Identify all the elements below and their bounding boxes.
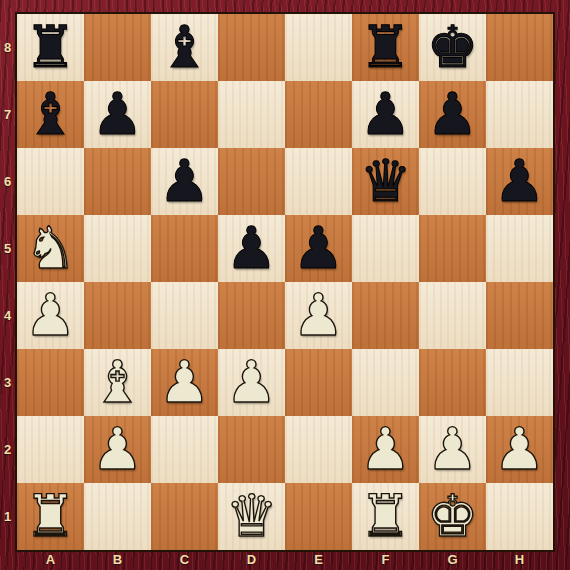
chessboard-frame: ♜♝♜♚♝♟♟♟♟♛♟♞♟♟♟♟♝♟♟♟♟♟♟♜♛♜♚ 87654321 ABC… [0, 0, 570, 570]
rank-label-7: 7 [0, 81, 15, 148]
square-d8[interactable] [218, 14, 285, 81]
black-pawn-piece[interactable]: ♟ [494, 152, 546, 210]
rank-label-6: 6 [0, 148, 15, 215]
square-c1[interactable] [151, 483, 218, 550]
square-h2[interactable]: ♟ [486, 416, 553, 483]
square-a8[interactable]: ♜ [17, 14, 84, 81]
file-label-f: F [352, 548, 419, 570]
square-a1[interactable]: ♜ [17, 483, 84, 550]
square-b7[interactable]: ♟ [84, 81, 151, 148]
black-pawn-piece[interactable]: ♟ [427, 85, 479, 143]
square-d7[interactable] [218, 81, 285, 148]
square-h5[interactable] [486, 215, 553, 282]
file-label-g: G [419, 548, 486, 570]
square-f7[interactable]: ♟ [352, 81, 419, 148]
square-f4[interactable] [352, 282, 419, 349]
white-rook-piece[interactable]: ♜ [25, 487, 77, 545]
square-b4[interactable] [84, 282, 151, 349]
black-bishop-piece[interactable]: ♝ [159, 18, 211, 76]
square-g6[interactable] [419, 148, 486, 215]
black-pawn-piece[interactable]: ♟ [360, 85, 412, 143]
square-f6[interactable]: ♛ [352, 148, 419, 215]
black-pawn-piece[interactable]: ♟ [226, 219, 278, 277]
square-a5[interactable]: ♞ [17, 215, 84, 282]
black-rook-piece[interactable]: ♜ [25, 18, 77, 76]
black-rook-piece[interactable]: ♜ [360, 18, 412, 76]
square-e8[interactable] [285, 14, 352, 81]
square-a2[interactable] [17, 416, 84, 483]
square-e6[interactable] [285, 148, 352, 215]
square-e1[interactable] [285, 483, 352, 550]
square-g8[interactable]: ♚ [419, 14, 486, 81]
square-b2[interactable]: ♟ [84, 416, 151, 483]
square-h1[interactable] [486, 483, 553, 550]
square-d5[interactable]: ♟ [218, 215, 285, 282]
square-g5[interactable] [419, 215, 486, 282]
square-h8[interactable] [486, 14, 553, 81]
square-h3[interactable] [486, 349, 553, 416]
square-f8[interactable]: ♜ [352, 14, 419, 81]
file-label-e: E [285, 548, 352, 570]
file-label-b: B [84, 548, 151, 570]
white-king-piece[interactable]: ♚ [427, 487, 479, 545]
square-g1[interactable]: ♚ [419, 483, 486, 550]
square-g4[interactable] [419, 282, 486, 349]
black-pawn-piece[interactable]: ♟ [293, 219, 345, 277]
file-label-c: C [151, 548, 218, 570]
square-c4[interactable] [151, 282, 218, 349]
chess-board: ♜♝♜♚♝♟♟♟♟♛♟♞♟♟♟♟♝♟♟♟♟♟♟♜♛♜♚ [15, 12, 555, 552]
square-a6[interactable] [17, 148, 84, 215]
square-e2[interactable] [285, 416, 352, 483]
square-a3[interactable] [17, 349, 84, 416]
file-labels: ABCDEFGH [17, 548, 553, 570]
white-bishop-piece[interactable]: ♝ [92, 353, 144, 411]
square-g2[interactable]: ♟ [419, 416, 486, 483]
file-label-a: A [17, 548, 84, 570]
square-a7[interactable]: ♝ [17, 81, 84, 148]
white-pawn-piece[interactable]: ♟ [494, 420, 546, 478]
rank-label-3: 3 [0, 349, 15, 416]
white-queen-piece[interactable]: ♛ [226, 487, 278, 545]
white-pawn-piece[interactable]: ♟ [25, 286, 77, 344]
black-king-piece[interactable]: ♚ [427, 18, 479, 76]
black-queen-piece[interactable]: ♛ [360, 152, 412, 210]
square-b3[interactable]: ♝ [84, 349, 151, 416]
black-pawn-piece[interactable]: ♟ [159, 152, 211, 210]
white-pawn-piece[interactable]: ♟ [427, 420, 479, 478]
square-h7[interactable] [486, 81, 553, 148]
square-c2[interactable] [151, 416, 218, 483]
square-f5[interactable] [352, 215, 419, 282]
white-pawn-piece[interactable]: ♟ [293, 286, 345, 344]
rank-label-2: 2 [0, 416, 15, 483]
square-c8[interactable]: ♝ [151, 14, 218, 81]
square-d4[interactable] [218, 282, 285, 349]
square-d1[interactable]: ♛ [218, 483, 285, 550]
square-f3[interactable] [352, 349, 419, 416]
square-e7[interactable] [285, 81, 352, 148]
white-pawn-piece[interactable]: ♟ [159, 353, 211, 411]
black-bishop-piece[interactable]: ♝ [25, 85, 77, 143]
square-b5[interactable] [84, 215, 151, 282]
square-g7[interactable]: ♟ [419, 81, 486, 148]
square-c3[interactable]: ♟ [151, 349, 218, 416]
white-pawn-piece[interactable]: ♟ [226, 353, 278, 411]
square-b8[interactable] [84, 14, 151, 81]
white-knight-piece[interactable]: ♞ [25, 219, 77, 277]
square-b6[interactable] [84, 148, 151, 215]
rank-label-8: 8 [0, 14, 15, 81]
square-h4[interactable] [486, 282, 553, 349]
file-label-d: D [218, 548, 285, 570]
square-d3[interactable]: ♟ [218, 349, 285, 416]
square-c7[interactable] [151, 81, 218, 148]
rank-labels: 87654321 [0, 14, 15, 550]
square-f1[interactable]: ♜ [352, 483, 419, 550]
rank-label-5: 5 [0, 215, 15, 282]
square-a4[interactable]: ♟ [17, 282, 84, 349]
square-h6[interactable]: ♟ [486, 148, 553, 215]
square-c6[interactable]: ♟ [151, 148, 218, 215]
square-f2[interactable]: ♟ [352, 416, 419, 483]
square-e4[interactable]: ♟ [285, 282, 352, 349]
square-e3[interactable] [285, 349, 352, 416]
white-pawn-piece[interactable]: ♟ [92, 420, 144, 478]
square-c5[interactable] [151, 215, 218, 282]
square-d6[interactable] [218, 148, 285, 215]
white-pawn-piece[interactable]: ♟ [360, 420, 412, 478]
white-rook-piece[interactable]: ♜ [360, 487, 412, 545]
rank-label-1: 1 [0, 483, 15, 550]
square-e5[interactable]: ♟ [285, 215, 352, 282]
black-pawn-piece[interactable]: ♟ [92, 85, 144, 143]
rank-label-4: 4 [0, 282, 15, 349]
square-g3[interactable] [419, 349, 486, 416]
file-label-h: H [486, 548, 553, 570]
square-b1[interactable] [84, 483, 151, 550]
square-d2[interactable] [218, 416, 285, 483]
